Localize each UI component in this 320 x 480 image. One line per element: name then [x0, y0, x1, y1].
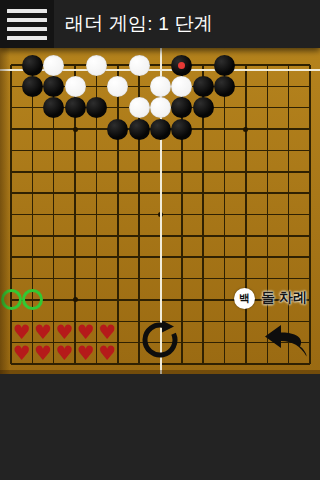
black-stone — [171, 119, 192, 140]
menu-button[interactable] — [0, 0, 54, 48]
grid-line-vertical — [309, 65, 311, 364]
refresh-icon — [140, 320, 180, 360]
hint-marker — [1, 289, 22, 310]
black-stone — [107, 119, 128, 140]
app-bar: 래더 게임: 1 단계 — [0, 0, 320, 48]
black-stone — [22, 55, 43, 76]
life-heart-icon: ♥ — [11, 342, 33, 364]
black-stone — [65, 97, 86, 118]
white-stone — [107, 76, 128, 97]
black-stone — [193, 97, 214, 118]
life-heart-icon: ♥ — [53, 342, 75, 364]
turn-indicator: 백 돌 차례 — [234, 287, 307, 309]
black-stone — [43, 97, 64, 118]
life-heart-icon: ♥ — [53, 321, 75, 343]
white-stone — [150, 97, 171, 118]
hint-marker — [22, 289, 43, 310]
hamburger-icon — [7, 6, 47, 42]
black-stone — [150, 119, 171, 140]
black-stone — [214, 55, 235, 76]
white-stone — [65, 76, 86, 97]
grid-line-vertical — [224, 65, 226, 364]
white-stone — [150, 76, 171, 97]
undo-button[interactable] — [262, 324, 310, 360]
black-stone — [193, 76, 214, 97]
white-stone — [171, 76, 192, 97]
black-stone — [171, 97, 192, 118]
white-stone — [129, 97, 150, 118]
go-board[interactable]: 백 돌 차례 ♥♥♥♥♥♥♥♥♥♥ — [0, 48, 320, 374]
white-stone — [86, 55, 107, 76]
undo-icon — [262, 324, 310, 360]
white-stone — [43, 55, 64, 76]
black-stone — [43, 76, 64, 97]
grid-line-vertical — [267, 65, 269, 364]
life-heart-icon: ♥ — [11, 321, 33, 343]
grid-line-vertical — [288, 65, 290, 364]
white-stone-badge: 백 — [234, 288, 255, 309]
app-title: 래더 게임: 1 단계 — [65, 11, 213, 37]
turn-text: 돌 차례 — [261, 289, 307, 307]
restart-button[interactable] — [140, 320, 180, 360]
black-stone — [129, 119, 150, 140]
life-heart-icon: ♥ — [96, 321, 118, 343]
star-point — [243, 127, 248, 132]
black-stone — [22, 76, 43, 97]
bottom-bar — [0, 374, 320, 480]
life-heart-icon: ♥ — [32, 321, 54, 343]
life-heart-icon: ♥ — [96, 342, 118, 364]
last-move-marker — [178, 62, 185, 69]
white-stone — [129, 55, 150, 76]
black-stone — [214, 76, 235, 97]
black-stone — [86, 97, 107, 118]
star-point — [73, 127, 78, 132]
app-screen: 래더 게임: 1 단계 백 돌 차례 ♥♥♥♥♥♥♥♥♥♥ — [0, 0, 320, 480]
life-heart-icon: ♥ — [75, 321, 97, 343]
grid-line-vertical — [245, 65, 247, 364]
star-point — [73, 297, 78, 302]
life-heart-icon: ♥ — [75, 342, 97, 364]
life-heart-icon: ♥ — [32, 342, 54, 364]
